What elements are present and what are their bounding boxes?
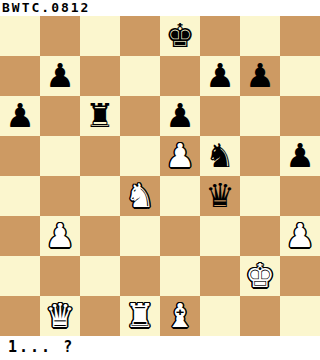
square-d2[interactable] [120, 256, 160, 296]
square-h2[interactable] [280, 256, 320, 296]
square-b1[interactable]: ♛ [40, 296, 80, 336]
square-c8[interactable] [80, 16, 120, 56]
chess-puzzle-window: BWTC.0812 ♚♟♟♟♟♜♟♟♞♟♞♛♟♟♚♛♜♝ 1... ? [0, 0, 320, 360]
square-e6[interactable]: ♟ [160, 96, 200, 136]
square-f5[interactable]: ♞ [200, 136, 240, 176]
square-h5[interactable]: ♟ [280, 136, 320, 176]
square-e3[interactable] [160, 216, 200, 256]
black-pawn: ♟ [165, 99, 195, 132]
square-c5[interactable] [80, 136, 120, 176]
square-d6[interactable] [120, 96, 160, 136]
square-a8[interactable] [0, 16, 40, 56]
square-a4[interactable] [0, 176, 40, 216]
square-e2[interactable] [160, 256, 200, 296]
square-g7[interactable]: ♟ [240, 56, 280, 96]
black-knight: ♞ [205, 139, 235, 172]
square-a1[interactable] [0, 296, 40, 336]
square-h8[interactable] [280, 16, 320, 56]
square-b7[interactable]: ♟ [40, 56, 80, 96]
square-e8[interactable]: ♚ [160, 16, 200, 56]
black-pawn: ♟ [245, 59, 275, 92]
black-rook: ♜ [85, 99, 115, 132]
square-b6[interactable] [40, 96, 80, 136]
black-queen: ♛ [205, 179, 235, 212]
square-b5[interactable] [40, 136, 80, 176]
square-g6[interactable] [240, 96, 280, 136]
square-d4[interactable]: ♞ [120, 176, 160, 216]
square-d7[interactable] [120, 56, 160, 96]
square-g5[interactable] [240, 136, 280, 176]
move-prompt: 1... ? [0, 336, 320, 360]
black-pawn: ♟ [205, 59, 235, 92]
square-e7[interactable] [160, 56, 200, 96]
square-e1[interactable]: ♝ [160, 296, 200, 336]
white-queen: ♛ [45, 299, 75, 332]
square-c6[interactable]: ♜ [80, 96, 120, 136]
white-pawn: ♟ [285, 219, 315, 252]
square-g2[interactable]: ♚ [240, 256, 280, 296]
square-h3[interactable]: ♟ [280, 216, 320, 256]
square-b8[interactable] [40, 16, 80, 56]
square-g1[interactable] [240, 296, 280, 336]
square-h4[interactable] [280, 176, 320, 216]
square-b2[interactable] [40, 256, 80, 296]
square-d1[interactable]: ♜ [120, 296, 160, 336]
square-e5[interactable]: ♟ [160, 136, 200, 176]
square-d5[interactable] [120, 136, 160, 176]
square-f6[interactable] [200, 96, 240, 136]
white-king: ♚ [245, 259, 275, 292]
square-b4[interactable] [40, 176, 80, 216]
square-e4[interactable] [160, 176, 200, 216]
square-f1[interactable] [200, 296, 240, 336]
square-f7[interactable]: ♟ [200, 56, 240, 96]
square-a7[interactable] [0, 56, 40, 96]
black-pawn: ♟ [5, 99, 35, 132]
square-a6[interactable]: ♟ [0, 96, 40, 136]
square-c1[interactable] [80, 296, 120, 336]
white-pawn: ♟ [165, 139, 195, 172]
square-c7[interactable] [80, 56, 120, 96]
square-d3[interactable] [120, 216, 160, 256]
black-pawn: ♟ [285, 139, 315, 172]
white-pawn: ♟ [45, 219, 75, 252]
square-g8[interactable] [240, 16, 280, 56]
white-knight: ♞ [125, 179, 155, 212]
square-a2[interactable] [0, 256, 40, 296]
square-f4[interactable]: ♛ [200, 176, 240, 216]
white-bishop: ♝ [165, 299, 195, 332]
white-rook: ♜ [125, 299, 155, 332]
square-b3[interactable]: ♟ [40, 216, 80, 256]
square-a3[interactable] [0, 216, 40, 256]
black-pawn: ♟ [45, 59, 75, 92]
square-g3[interactable] [240, 216, 280, 256]
square-f8[interactable] [200, 16, 240, 56]
square-c2[interactable] [80, 256, 120, 296]
square-c4[interactable] [80, 176, 120, 216]
puzzle-title: BWTC.0812 [0, 0, 320, 16]
square-g4[interactable] [240, 176, 280, 216]
square-f3[interactable] [200, 216, 240, 256]
square-h7[interactable] [280, 56, 320, 96]
square-d8[interactable] [120, 16, 160, 56]
chess-board: ♚♟♟♟♟♜♟♟♞♟♞♛♟♟♚♛♜♝ [0, 16, 320, 336]
square-a5[interactable] [0, 136, 40, 176]
square-h6[interactable] [280, 96, 320, 136]
square-h1[interactable] [280, 296, 320, 336]
square-f2[interactable] [200, 256, 240, 296]
black-king: ♚ [165, 19, 195, 52]
square-c3[interactable] [80, 216, 120, 256]
